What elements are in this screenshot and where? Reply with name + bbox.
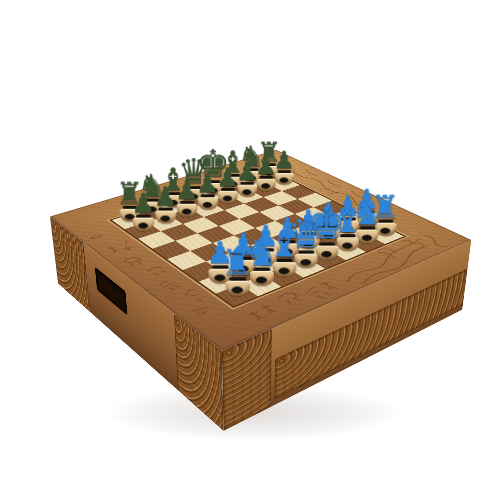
- product-photo-stage: ♜♞♝♛♚♝♞♜♟♟♟♟♟♟♟♟♟♟♟♟♟♟♟♟♜♞♝♛♚♝♞♜: [0, 0, 500, 500]
- handle-slot-recess: [95, 267, 128, 316]
- turned-wood-base: [133, 217, 154, 230]
- black-pawn-glyph: ♟: [131, 191, 155, 216]
- base-label: [232, 286, 244, 293]
- turned-wood-base: [225, 280, 249, 295]
- piece-black-pawn-a7: ♟: [118, 191, 168, 230]
- chess-box: ♜♞♝♛♚♝♞♜♟♟♟♟♟♟♟♟♟♟♟♟♟♟♟♟♜♞♝♛♚♝♞♜: [50, 150, 471, 351]
- base-label: [138, 223, 148, 229]
- white-rook-glyph: ♜: [222, 246, 254, 279]
- piece-white-rook-a1: ♜: [209, 246, 267, 295]
